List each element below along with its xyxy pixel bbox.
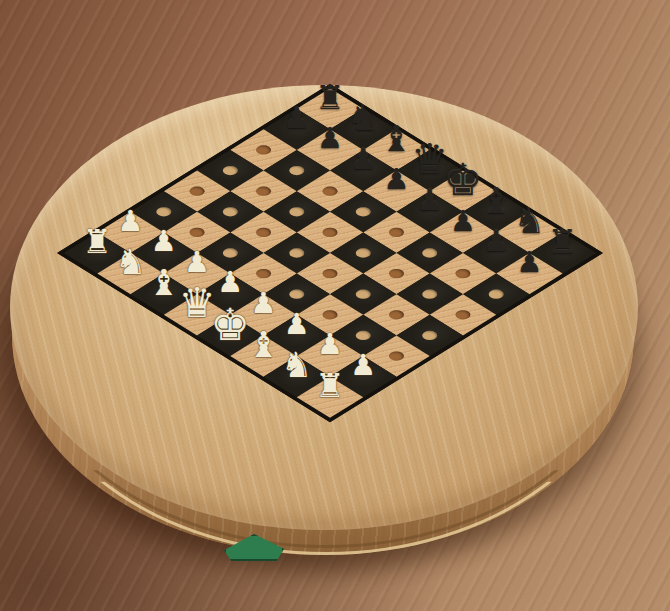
peg-hole (285, 246, 308, 260)
peg-hole (153, 205, 176, 219)
photo-scene: ♜♞♝♛♚♝♞♜♟♟♟♟♟♟♟♟♟♟♟♟♟♟♟♟♜♞♝♛♚♝♞♜ (0, 0, 670, 611)
black-pawn[interactable]: ♟ (506, 239, 553, 286)
peg-hole (352, 246, 375, 260)
peg-hole (352, 287, 375, 301)
peg-hole (385, 308, 408, 322)
peg-hole (252, 267, 275, 281)
peg-hole (418, 328, 441, 342)
peg-hole (385, 349, 408, 363)
peg-hole (219, 164, 242, 178)
peg-hole (219, 246, 242, 260)
peg-hole (418, 246, 441, 260)
peg-hole (252, 143, 275, 157)
peg-hole (452, 267, 475, 281)
peg-hole (252, 225, 275, 239)
peg-hole (319, 308, 342, 322)
peg-hole (285, 205, 308, 219)
peg-hole (252, 184, 275, 198)
peg-hole (385, 225, 408, 239)
peg-hole (319, 225, 342, 239)
peg-hole (285, 287, 308, 301)
peg-hole (385, 267, 408, 281)
peg-hole (186, 225, 209, 239)
peg-hole (485, 287, 508, 301)
peg-hole (418, 287, 441, 301)
peg-hole (452, 308, 475, 322)
peg-hole (219, 205, 242, 219)
peg-hole (352, 205, 375, 219)
peg-hole (285, 164, 308, 178)
white-rook[interactable]: ♜ (307, 362, 354, 409)
peg-hole (319, 184, 342, 198)
peg-hole (319, 267, 342, 281)
peg-hole (352, 328, 375, 342)
peg-hole (186, 184, 209, 198)
